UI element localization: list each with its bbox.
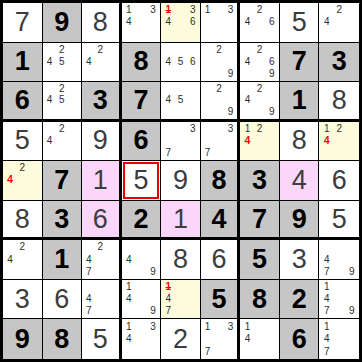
cell-value: 2 (133, 206, 148, 233)
cell-r5c3[interactable]: 1 (82, 161, 122, 201)
cell-r7c9[interactable]: 479 (319, 240, 359, 280)
empty-candidate-slot (241, 345, 253, 358)
empty-candidate-slot (147, 281, 159, 293)
empty-candidate-slot (95, 281, 107, 293)
empty-candidate-slot (213, 16, 225, 28)
empty-candidate-slot (44, 147, 56, 159)
candidate-grid: 45 (162, 83, 199, 118)
cell-r2c3[interactable]: 24 (82, 43, 122, 83)
cell-value: 9 (292, 206, 307, 233)
cell-r6c4[interactable]: 2 (122, 201, 162, 241)
candidate-grid: 49 (123, 241, 160, 278)
candidate-2: 2 (95, 241, 107, 253)
candidate-2: 2 (333, 123, 346, 135)
empty-candidate-slot (147, 16, 159, 28)
candidate-7: 7 (162, 147, 174, 159)
candidate-3: 3 (225, 123, 237, 135)
empty-candidate-slot (174, 135, 186, 147)
candidate-6: 6 (187, 16, 199, 28)
cell-r1c4[interactable]: 134 (122, 3, 162, 43)
cell-r3c7[interactable]: 249 (240, 82, 280, 122)
empty-candidate-slot (213, 345, 225, 358)
cell-r4c8[interactable]: 8 (280, 122, 320, 162)
cell-r1c9[interactable]: 24 (319, 3, 359, 43)
cell-value: 8 (292, 127, 307, 154)
empty-candidate-slot (241, 106, 253, 118)
empty-candidate-slot (187, 83, 199, 95)
empty-candidate-slot (16, 254, 28, 266)
candidate-1: 1 (241, 320, 253, 333)
empty-candidate-slot (345, 135, 358, 147)
empty-candidate-slot (174, 293, 186, 305)
empty-candidate-slot (4, 241, 16, 253)
empty-candidate-slot (16, 266, 28, 278)
cell-value: 8 (173, 246, 188, 273)
cell-r5c9[interactable]: 6 (319, 161, 359, 201)
cell-value: 5 (252, 246, 267, 273)
cell-r1c6[interactable]: 13 (201, 3, 241, 43)
empty-candidate-slot (241, 83, 253, 95)
candidate-4: 4 (123, 333, 135, 346)
empty-candidate-slot (345, 123, 358, 135)
cell-r8c2[interactable]: 6 (43, 280, 83, 320)
empty-candidate-slot (266, 4, 278, 16)
empty-candidate-slot (4, 266, 16, 278)
cell-r3c5[interactable]: 45 (161, 82, 201, 122)
empty-candidate-slot (225, 44, 237, 56)
empty-candidate-slot (320, 28, 333, 40)
empty-candidate-slot (333, 305, 346, 317)
candidate-grid: 24 (4, 162, 41, 199)
empty-candidate-slot (68, 95, 80, 107)
cell-value: 5 (292, 9, 307, 36)
candidate-4: 4 (320, 254, 333, 266)
empty-candidate-slot (174, 147, 186, 159)
empty-candidate-slot (333, 281, 346, 293)
candidate-9: 9 (266, 106, 278, 118)
candidate-1: 1 (320, 320, 333, 333)
cell-r4c7[interactable]: 124 (240, 122, 280, 162)
empty-candidate-slot (213, 123, 225, 135)
cell-r4c6[interactable]: 37 (201, 122, 241, 162)
empty-candidate-slot (345, 147, 358, 159)
cell-r4c1[interactable]: 5 (3, 122, 43, 162)
cell-value: 5 (15, 127, 30, 154)
empty-candidate-slot (254, 95, 266, 107)
empty-candidate-slot (187, 106, 199, 118)
cell-r5c4[interactable]: 5 (122, 161, 162, 201)
candidate-grid: 1346 (162, 4, 199, 41)
empty-candidate-slot (202, 333, 214, 346)
empty-candidate-slot (202, 123, 214, 135)
candidate-4: 4 (241, 56, 253, 68)
cell-value: 1 (15, 48, 30, 75)
empty-candidate-slot (44, 44, 56, 56)
empty-candidate-slot (187, 147, 199, 159)
empty-candidate-slot (106, 44, 118, 56)
empty-candidate-slot (174, 281, 186, 293)
empty-candidate-slot (213, 333, 225, 346)
cell-r7c8[interactable]: 3 (280, 240, 320, 280)
cell-r3c4[interactable]: 7 (122, 82, 162, 122)
candidate-grid: 24 (4, 241, 41, 278)
cell-value: 6 (93, 206, 108, 233)
cell-r5c5[interactable]: 9 (161, 161, 201, 201)
candidate-grid: 247 (83, 241, 118, 278)
empty-candidate-slot (333, 333, 346, 346)
empty-candidate-slot (241, 44, 253, 56)
cell-r6c2[interactable]: 3 (43, 201, 83, 241)
empty-candidate-slot (28, 241, 40, 253)
cell-r8c1[interactable]: 3 (3, 280, 43, 320)
empty-candidate-slot (135, 305, 147, 317)
candidate-2: 2 (213, 44, 225, 56)
candidate-4: 4 (162, 56, 174, 68)
empty-candidate-slot (123, 241, 135, 253)
cell-r9c1[interactable]: 9 (3, 319, 43, 359)
empty-candidate-slot (147, 345, 159, 358)
candidate-4: 4 (241, 95, 253, 107)
cell-r9c5[interactable]: 2 (161, 319, 201, 359)
cell-value: 2 (292, 286, 307, 313)
empty-candidate-slot (202, 95, 214, 107)
empty-candidate-slot (123, 305, 135, 317)
empty-candidate-slot (162, 68, 174, 80)
empty-candidate-slot (106, 293, 118, 305)
candidate-9: 9 (345, 305, 358, 317)
candidate-3: 3 (147, 4, 159, 16)
empty-candidate-slot (68, 147, 80, 159)
cell-value: 9 (15, 326, 30, 353)
cell-r3c3[interactable]: 3 (82, 82, 122, 122)
cell-r1c3[interactable]: 8 (82, 3, 122, 43)
empty-candidate-slot (345, 320, 358, 333)
empty-candidate-slot (135, 281, 147, 293)
cell-r4c5[interactable]: 37 (161, 122, 201, 162)
cell-r1c2[interactable]: 9 (43, 3, 83, 43)
empty-candidate-slot (68, 123, 80, 135)
empty-candidate-slot (241, 147, 253, 159)
candidate-4: 4 (320, 293, 333, 305)
cell-r5c7[interactable]: 3 (240, 161, 280, 201)
candidate-grid: 2469 (241, 44, 278, 81)
empty-candidate-slot (225, 333, 237, 346)
empty-candidate-slot (68, 106, 80, 118)
empty-candidate-slot (345, 241, 358, 253)
empty-candidate-slot (213, 68, 225, 80)
cell-value: 9 (54, 9, 69, 36)
candidate-4: 4 (241, 16, 253, 28)
cell-r2c9[interactable]: 3 (319, 43, 359, 83)
empty-candidate-slot (254, 106, 266, 118)
candidate-5: 5 (56, 56, 68, 68)
candidate-1: 1 (202, 320, 214, 333)
cell-value: 6 (54, 286, 69, 313)
candidate-9: 9 (225, 106, 237, 118)
cell-r1c5[interactable]: 1346 (161, 3, 201, 43)
empty-candidate-slot (254, 147, 266, 159)
empty-candidate-slot (213, 106, 225, 118)
cell-r7c7[interactable]: 5 (240, 240, 280, 280)
cell-r9c9[interactable]: 147 (319, 319, 359, 359)
empty-candidate-slot (225, 28, 237, 40)
empty-candidate-slot (213, 135, 225, 147)
eliminated-candidate-1: 1 (162, 4, 174, 16)
cell-r8c8[interactable]: 2 (280, 280, 320, 320)
cell-r9c7[interactable]: 14 (240, 319, 280, 359)
cell-value: 8 (93, 9, 108, 36)
empty-candidate-slot (345, 293, 358, 305)
candidate-grid: 124 (320, 123, 358, 160)
candidate-2: 2 (16, 162, 28, 174)
cell-r3c8[interactable]: 1 (280, 82, 320, 122)
empty-candidate-slot (266, 83, 278, 95)
candidate-grid: 24 (83, 44, 118, 81)
candidate-1: 1 (320, 281, 333, 293)
empty-candidate-slot (95, 56, 107, 68)
empty-candidate-slot (225, 345, 237, 358)
empty-candidate-slot (266, 345, 278, 358)
cell-value: 2 (173, 326, 188, 353)
cell-r1c7[interactable]: 246 (240, 3, 280, 43)
candidate-grid: 47 (83, 281, 118, 318)
empty-candidate-slot (213, 95, 225, 107)
cell-r7c4[interactable]: 49 (122, 240, 162, 280)
cell-r1c8[interactable]: 5 (280, 3, 320, 43)
empty-candidate-slot (106, 266, 118, 278)
candidate-grid: 245 (44, 83, 81, 118)
empty-candidate-slot (95, 293, 107, 305)
candidate-grid: 137 (202, 320, 237, 358)
empty-candidate-slot (254, 68, 266, 80)
empty-candidate-slot (147, 241, 159, 253)
cell-r2c2[interactable]: 245 (43, 43, 83, 83)
cell-value: 3 (292, 246, 307, 273)
cell-r2c4[interactable]: 8 (122, 43, 162, 83)
empty-candidate-slot (83, 241, 95, 253)
candidate-3: 3 (187, 123, 199, 135)
empty-candidate-slot (16, 187, 28, 199)
cell-r7c3[interactable]: 247 (82, 240, 122, 280)
cell-r9c3[interactable]: 5 (82, 319, 122, 359)
empty-candidate-slot (187, 293, 199, 305)
candidate-4: 4 (241, 333, 253, 346)
empty-candidate-slot (345, 28, 358, 40)
cell-value: 8 (54, 326, 69, 353)
candidate-6: 6 (266, 16, 278, 28)
cell-value: 6 (15, 87, 30, 114)
empty-candidate-slot (174, 68, 186, 80)
empty-candidate-slot (266, 44, 278, 56)
empty-candidate-slot (123, 345, 135, 358)
cell-value: 5 (332, 206, 347, 233)
cell-r2c6[interactable]: 29 (201, 43, 241, 83)
candidate-9: 9 (345, 266, 358, 278)
empty-candidate-slot (225, 56, 237, 68)
cell-r1c1[interactable]: 7 (3, 3, 43, 43)
empty-candidate-slot (106, 241, 118, 253)
cell-r9c2[interactable]: 8 (43, 319, 83, 359)
cell-r7c5[interactable]: 8 (161, 240, 201, 280)
candidate-grid: 479 (320, 241, 358, 278)
empty-candidate-slot (241, 68, 253, 80)
cell-r8c5[interactable]: 147 (161, 280, 201, 320)
cell-r6c9[interactable]: 5 (319, 201, 359, 241)
cell-r4c3[interactable]: 9 (82, 122, 122, 162)
cell-r4c9[interactable]: 124 (319, 122, 359, 162)
cell-value: 1 (292, 87, 307, 114)
empty-candidate-slot (345, 345, 358, 358)
cell-r4c2[interactable]: 24 (43, 122, 83, 162)
cell-value: 5 (212, 286, 227, 313)
cell-r2c1[interactable]: 1 (3, 43, 43, 83)
cell-r5c8[interactable]: 4 (280, 161, 320, 201)
cell-r8c9[interactable]: 1479 (319, 280, 359, 320)
cell-value: 7 (252, 206, 267, 233)
cell-r3c1[interactable]: 6 (3, 82, 43, 122)
empty-candidate-slot (202, 28, 214, 40)
empty-candidate-slot (266, 333, 278, 346)
candidate-1: 1 (241, 123, 253, 135)
cell-value: 6 (133, 127, 148, 154)
cell-value: 8 (252, 286, 267, 313)
empty-candidate-slot (333, 266, 346, 278)
candidate-4: 4 (162, 16, 174, 28)
empty-candidate-slot (213, 147, 225, 159)
cell-r3c6[interactable]: 29 (201, 82, 241, 122)
cell-value: 1 (54, 246, 69, 273)
empty-candidate-slot (106, 254, 118, 266)
cell-r9c8[interactable]: 6 (280, 319, 320, 359)
empty-candidate-slot (28, 254, 40, 266)
cell-r9c4[interactable]: 134 (122, 319, 162, 359)
empty-candidate-slot (345, 333, 358, 346)
cell-value: 7 (292, 48, 307, 75)
cell-value: 1 (93, 167, 108, 194)
empty-candidate-slot (266, 28, 278, 40)
cell-r8c6[interactable]: 5 (201, 280, 241, 320)
empty-candidate-slot (345, 254, 358, 266)
empty-candidate-slot (202, 135, 214, 147)
empty-candidate-slot (187, 281, 199, 293)
cell-r7c6[interactable]: 6 (201, 240, 241, 280)
candidate-grid: 149 (123, 281, 160, 318)
cell-value: 7 (15, 9, 30, 36)
cell-r6c5[interactable]: 1 (161, 201, 201, 241)
empty-candidate-slot (162, 135, 174, 147)
candidate-4: 4 (44, 56, 56, 68)
candidate-grid: 246 (241, 4, 278, 41)
cell-r7c2[interactable]: 1 (43, 240, 83, 280)
cell-r3c2[interactable]: 245 (43, 82, 83, 122)
empty-candidate-slot (225, 147, 237, 159)
cell-r2c7[interactable]: 2469 (240, 43, 280, 83)
empty-candidate-slot (202, 68, 214, 80)
candidate-4: 4 (320, 333, 333, 346)
empty-candidate-slot (266, 135, 278, 147)
empty-candidate-slot (68, 44, 80, 56)
cell-value: 3 (54, 206, 69, 233)
cell-r6c8[interactable]: 9 (280, 201, 320, 241)
candidate-6: 6 (187, 56, 199, 68)
cell-r2c5[interactable]: 456 (161, 43, 201, 83)
candidate-2: 2 (56, 44, 68, 56)
cell-r2c8[interactable]: 7 (280, 43, 320, 83)
empty-candidate-slot (241, 28, 253, 40)
empty-candidate-slot (174, 123, 186, 135)
empty-candidate-slot (333, 16, 346, 28)
cell-value: 1 (173, 206, 188, 233)
eliminated-candidate-4: 4 (320, 135, 333, 147)
empty-candidate-slot (16, 174, 28, 186)
empty-candidate-slot (135, 28, 147, 40)
empty-candidate-slot (266, 123, 278, 135)
eliminated-candidate-4: 4 (241, 135, 253, 147)
empty-candidate-slot (333, 147, 346, 159)
candidate-grid: 14 (241, 320, 278, 358)
empty-candidate-slot (213, 28, 225, 40)
cell-r5c2[interactable]: 7 (43, 161, 83, 201)
candidate-7: 7 (320, 305, 333, 317)
candidate-2: 2 (333, 4, 346, 16)
candidate-grid: 24 (44, 123, 81, 160)
candidate-2: 2 (254, 83, 266, 95)
empty-candidate-slot (68, 56, 80, 68)
cell-r5c1[interactable]: 24 (3, 161, 43, 201)
empty-candidate-slot (266, 95, 278, 107)
empty-candidate-slot (213, 56, 225, 68)
empty-candidate-slot (187, 135, 199, 147)
cell-r8c4[interactable]: 149 (122, 280, 162, 320)
empty-candidate-slot (162, 106, 174, 118)
empty-candidate-slot (135, 16, 147, 28)
empty-candidate-slot (83, 44, 95, 56)
cell-r9c6[interactable]: 137 (201, 319, 241, 359)
empty-candidate-slot (345, 281, 358, 293)
empty-candidate-slot (213, 320, 225, 333)
cell-r5c6[interactable]: 8 (201, 161, 241, 201)
candidate-grid: 134 (123, 320, 160, 358)
cell-r8c7[interactable]: 8 (240, 280, 280, 320)
cell-r6c6[interactable]: 4 (201, 201, 241, 241)
cell-value: 9 (173, 167, 188, 194)
empty-candidate-slot (123, 28, 135, 40)
cell-r8c3[interactable]: 47 (82, 280, 122, 320)
cell-r3c9[interactable]: 8 (319, 82, 359, 122)
empty-candidate-slot (174, 44, 186, 56)
cell-r4c4[interactable]: 6 (122, 122, 162, 162)
candidate-2: 2 (254, 123, 266, 135)
empty-candidate-slot (56, 135, 68, 147)
candidate-4: 4 (44, 135, 56, 147)
empty-candidate-slot (162, 44, 174, 56)
empty-candidate-slot (147, 333, 159, 346)
empty-candidate-slot (28, 174, 40, 186)
cell-value: 8 (133, 48, 148, 75)
cell-r6c3[interactable]: 6 (82, 201, 122, 241)
candidate-2: 2 (56, 83, 68, 95)
candidate-7: 7 (83, 266, 95, 278)
empty-candidate-slot (162, 83, 174, 95)
empty-candidate-slot (83, 68, 95, 80)
empty-candidate-slot (254, 333, 266, 346)
eliminated-candidate-4: 4 (4, 174, 16, 186)
cell-r7c1[interactable]: 24 (3, 240, 43, 280)
cell-r6c7[interactable]: 7 (240, 201, 280, 241)
empty-candidate-slot (135, 241, 147, 253)
cell-r6c1[interactable]: 8 (3, 201, 43, 241)
candidate-grid: 249 (241, 83, 278, 118)
